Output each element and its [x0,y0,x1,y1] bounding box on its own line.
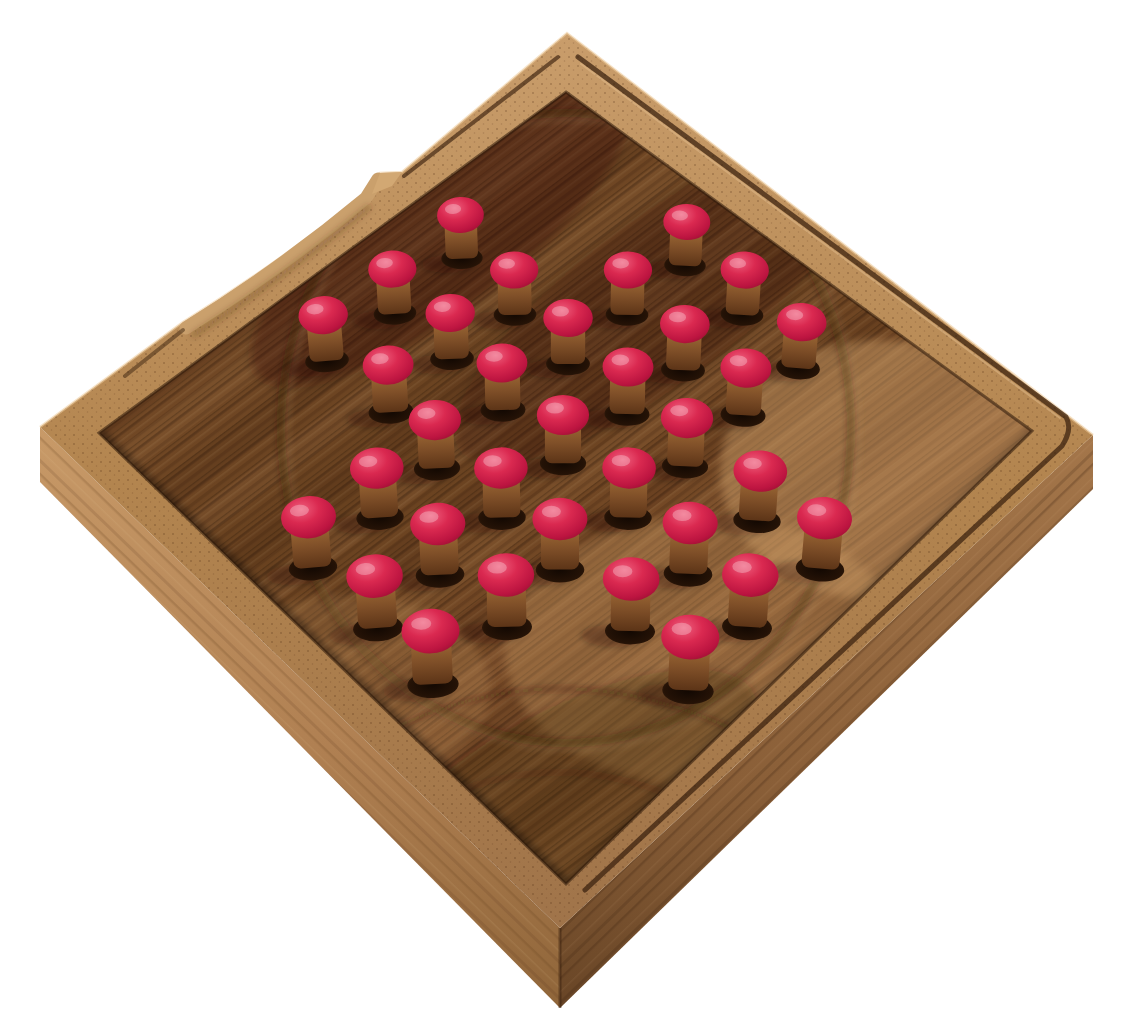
peg-cap [537,395,589,435]
cap-highlight [552,306,569,317]
peg-solitaire-board-photo [0,0,1122,1024]
peg-cap [543,299,593,337]
product-photo-stage [0,0,1122,1024]
peg-cap [532,498,587,540]
cap-highlight [542,506,561,518]
cap-highlight [546,402,564,413]
